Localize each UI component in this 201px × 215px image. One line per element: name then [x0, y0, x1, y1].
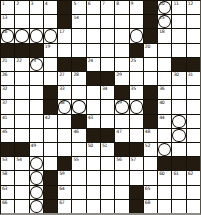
cell[interactable] [115, 115, 128, 128]
cell[interactable] [101, 115, 114, 128]
cell[interactable] [30, 129, 43, 142]
cell[interactable] [130, 129, 143, 142]
black-cell [1, 44, 14, 57]
circle-mark [15, 29, 28, 42]
cell[interactable] [172, 129, 185, 142]
cell-number: 56 [116, 157, 121, 162]
cell-number: 2 [16, 1, 19, 6]
cell[interactable] [101, 157, 114, 170]
cell[interactable]: 66 [1, 200, 14, 213]
cell[interactable] [158, 186, 171, 199]
cell[interactable] [58, 129, 71, 142]
black-cell [144, 29, 157, 42]
circle-mark [130, 29, 143, 42]
cell-number: 11 [173, 1, 178, 6]
cell[interactable] [58, 44, 71, 57]
cell[interactable] [72, 171, 85, 184]
cell-number: 42 [45, 115, 50, 120]
black-cell [115, 143, 128, 156]
black-cell [144, 86, 157, 99]
cell[interactable] [158, 143, 171, 156]
cell-number: 64 [59, 186, 64, 191]
cell[interactable]: 1 [1, 1, 14, 14]
black-cell [44, 171, 57, 184]
black-cell [15, 44, 28, 57]
cell-number: 17 [59, 29, 64, 34]
cell[interactable] [101, 186, 114, 199]
cell[interactable] [72, 86, 85, 99]
circle-mark [172, 129, 185, 142]
cell[interactable] [115, 58, 128, 71]
cell[interactable] [87, 29, 100, 42]
cell[interactable] [30, 186, 43, 199]
cell[interactable]: 21 [1, 58, 14, 71]
circle-mark [30, 29, 43, 42]
cell[interactable] [130, 72, 143, 85]
cell[interactable] [187, 200, 200, 213]
cell-number: 39 [116, 100, 121, 105]
cell[interactable]: 40 [158, 100, 171, 113]
cell[interactable] [187, 143, 200, 156]
cell-number: 13 [2, 15, 7, 20]
cell-number: 5 [73, 1, 76, 6]
cell[interactable]: 56 [115, 157, 128, 170]
cell[interactable]: 68 [144, 200, 157, 213]
cell[interactable]: 17 [58, 29, 71, 42]
cell[interactable]: 6 [87, 1, 100, 14]
black-cell [44, 186, 57, 199]
circle-mark [44, 29, 57, 42]
cell-number: 3 [31, 1, 34, 6]
cell-number: 8 [116, 1, 119, 6]
black-cell [72, 115, 85, 128]
cell[interactable]: 60 [158, 171, 171, 184]
cell[interactable] [30, 29, 43, 42]
black-cell [144, 1, 157, 14]
cell-number: 55 [73, 157, 78, 162]
cell-number: 32 [2, 86, 7, 91]
black-cell [187, 157, 200, 170]
cell-number: 1 [2, 1, 5, 6]
cell[interactable]: 23 [30, 58, 43, 71]
cell[interactable] [101, 171, 114, 184]
cell[interactable] [144, 58, 157, 71]
cell-number: 26 [2, 72, 7, 77]
cell-number: 52 [145, 143, 150, 148]
cell[interactable] [30, 100, 43, 113]
cell[interactable] [144, 171, 157, 184]
cell[interactable]: 34 [101, 86, 114, 99]
cell[interactable] [115, 15, 128, 28]
cell-number: 53 [2, 157, 7, 162]
cell[interactable]: 65 [144, 186, 157, 199]
black-cell [72, 58, 85, 71]
cell-number: 29 [116, 72, 121, 77]
circle-mark [158, 143, 171, 156]
cell[interactable] [115, 200, 128, 213]
cell[interactable]: 51 [101, 143, 114, 156]
cell[interactable] [72, 29, 85, 42]
cell[interactable] [58, 115, 71, 128]
cell[interactable] [87, 86, 100, 99]
cell[interactable] [30, 115, 43, 128]
cell[interactable] [30, 72, 43, 85]
cell[interactable]: 46 [72, 129, 85, 142]
black-cell [1, 143, 14, 156]
cell[interactable]: 9 [130, 1, 143, 14]
cell-number: 19 [45, 44, 50, 49]
black-cell [101, 72, 114, 85]
cell-number: 66 [2, 200, 7, 205]
cell[interactable]: 25 [130, 58, 143, 71]
circle-mark [30, 200, 43, 213]
black-cell [44, 100, 57, 113]
cell[interactable] [101, 15, 114, 28]
cell-number: 23 [31, 58, 36, 63]
cell-number: 43 [88, 115, 93, 120]
cell[interactable]: 37 [1, 100, 14, 113]
circle-mark [30, 157, 43, 170]
cell[interactable]: 8 [115, 1, 128, 14]
cell[interactable]: 64 [58, 186, 71, 199]
cell[interactable] [15, 200, 28, 213]
cell[interactable]: 12 [187, 1, 200, 14]
cell[interactable]: 39 [115, 100, 128, 113]
cell[interactable]: 24 [87, 58, 100, 71]
cell[interactable]: 3 [30, 1, 43, 14]
cell[interactable] [115, 44, 128, 57]
cell[interactable] [101, 44, 114, 57]
circle-mark [172, 115, 185, 128]
cell[interactable]: 58 [1, 171, 14, 184]
cell-number: 27 [59, 72, 64, 77]
cell[interactable]: 32 [1, 86, 14, 99]
cell[interactable] [187, 129, 200, 142]
cell-number: 14 [73, 15, 78, 20]
cell[interactable] [72, 186, 85, 199]
cell-number: 61 [173, 171, 178, 176]
cell[interactable]: 36 [158, 86, 171, 99]
cell[interactable]: 13 [1, 15, 14, 28]
cell[interactable] [30, 171, 43, 184]
cell[interactable] [115, 29, 128, 42]
cell-number: 7 [102, 1, 105, 6]
cell[interactable] [44, 29, 57, 42]
cell-number: 49 [31, 143, 36, 148]
cell[interactable] [72, 100, 85, 113]
cell[interactable]: 18 [158, 29, 171, 42]
cell[interactable] [130, 115, 143, 128]
cell[interactable] [172, 29, 185, 42]
cell[interactable]: 28 [72, 72, 85, 85]
cell-number: 31 [188, 72, 193, 77]
cell[interactable] [130, 29, 143, 42]
cell-number: 65 [145, 186, 150, 191]
cell[interactable]: 10 [158, 1, 171, 14]
cell-number: 16 [2, 29, 7, 34]
cell-number: 21 [2, 58, 7, 63]
cell[interactable] [15, 115, 28, 128]
cell[interactable]: 42 [44, 115, 57, 128]
cell-number: 30 [173, 72, 178, 77]
cell-number: 41 [2, 115, 7, 120]
black-cell [144, 15, 157, 28]
black-cell [144, 115, 157, 128]
cell[interactable]: 43 [87, 115, 100, 128]
cell[interactable] [187, 29, 200, 42]
cell[interactable]: 62 [187, 171, 200, 184]
cell-number: 45 [2, 129, 7, 134]
black-cell [130, 44, 143, 57]
crossword-page: 1234567891011121314151617181920212223242… [0, 0, 201, 215]
cell[interactable] [130, 171, 143, 184]
black-cell [30, 44, 43, 57]
cell[interactable] [187, 44, 200, 57]
cell[interactable] [187, 115, 200, 128]
cell-number: 35 [131, 86, 136, 91]
circle-mark [30, 171, 43, 184]
cell[interactable] [15, 29, 28, 42]
cell-number: 15 [159, 15, 164, 20]
cell[interactable] [30, 200, 43, 213]
black-cell [58, 1, 71, 14]
cell-number: 33 [59, 86, 64, 91]
black-cell [130, 143, 143, 156]
cell[interactable] [172, 86, 185, 99]
cell[interactable] [187, 86, 200, 99]
cell-number: 60 [159, 171, 164, 176]
black-cell [87, 72, 100, 85]
cell[interactable]: 11 [172, 1, 185, 14]
cell[interactable] [144, 157, 157, 170]
cell[interactable] [158, 58, 171, 71]
cell[interactable] [87, 186, 100, 199]
cell[interactable] [72, 143, 85, 156]
cell[interactable] [87, 44, 100, 57]
cell[interactable] [172, 115, 185, 128]
cell[interactable] [58, 143, 71, 156]
black-cell [87, 129, 100, 142]
cell[interactable] [44, 15, 57, 28]
cell-number: 51 [102, 143, 107, 148]
black-cell [44, 200, 57, 213]
black-cell [58, 58, 71, 71]
cell[interactable] [101, 29, 114, 42]
cell[interactable]: 15 [158, 15, 171, 28]
cell-number: 68 [145, 200, 150, 205]
cell-number: 22 [16, 58, 21, 63]
cell[interactable]: 22 [15, 58, 28, 71]
cell[interactable] [172, 143, 185, 156]
circle-mark [130, 100, 143, 113]
cell[interactable]: 5 [72, 1, 85, 14]
cell[interactable]: 41 [1, 115, 14, 128]
cell-number: 57 [131, 157, 136, 162]
black-cell [172, 58, 185, 71]
cell[interactable] [130, 15, 143, 28]
cell-number: 46 [73, 129, 78, 134]
cell[interactable] [15, 15, 28, 28]
cell[interactable]: 33 [58, 86, 71, 99]
cell-number: 9 [131, 1, 134, 6]
cell[interactable] [15, 72, 28, 85]
cell[interactable] [115, 171, 128, 184]
cell[interactable] [87, 15, 100, 28]
cell[interactable]: 26 [1, 72, 14, 85]
cell[interactable]: 4 [44, 1, 57, 14]
cell[interactable] [172, 44, 185, 57]
cell[interactable]: 63 [1, 186, 14, 199]
black-cell [172, 157, 185, 170]
cell[interactable]: 35 [130, 86, 143, 99]
cell-number: 28 [73, 72, 78, 77]
cell[interactable] [30, 15, 43, 28]
cell[interactable]: 44 [158, 115, 171, 128]
cell[interactable]: 52 [144, 143, 157, 156]
cell-number: 47 [116, 129, 121, 134]
cell[interactable] [158, 72, 171, 85]
cell-number: 54 [16, 157, 21, 162]
cell[interactable] [44, 157, 57, 170]
cell[interactable]: 29 [115, 72, 128, 85]
black-cell [130, 200, 143, 213]
cell-number: 50 [88, 143, 93, 148]
cell[interactable] [44, 143, 57, 156]
cell-number: 25 [131, 58, 136, 63]
cell[interactable] [144, 72, 157, 85]
cell-number: 48 [145, 129, 150, 134]
cell[interactable] [130, 100, 143, 113]
cell[interactable] [101, 58, 114, 71]
cell[interactable] [44, 129, 57, 142]
black-cell [158, 157, 171, 170]
cell[interactable]: 38 [58, 100, 71, 113]
cell-number: 58 [2, 171, 7, 176]
black-cell [58, 15, 71, 28]
cell[interactable]: 27 [58, 72, 71, 85]
cell[interactable]: 45 [1, 129, 14, 142]
cell-number: 24 [88, 58, 93, 63]
cell-number: 18 [159, 29, 164, 34]
cell[interactable]: 49 [30, 143, 43, 156]
cell[interactable] [172, 100, 185, 113]
crossword-board: 1234567891011121314151617181920212223242… [0, 0, 201, 215]
cell[interactable]: 50 [87, 143, 100, 156]
cell-number: 36 [159, 86, 164, 91]
cell[interactable] [15, 186, 28, 199]
cell[interactable]: 67 [58, 200, 71, 213]
cell[interactable] [44, 58, 57, 71]
cell[interactable]: 16 [1, 29, 14, 42]
cell[interactable] [172, 200, 185, 213]
cell[interactable] [87, 200, 100, 213]
cell-number: 12 [188, 1, 193, 6]
cell[interactable] [72, 44, 85, 57]
cell[interactable]: 19 [44, 44, 57, 57]
cell[interactable] [15, 171, 28, 184]
cell[interactable] [187, 100, 200, 113]
black-cell [58, 157, 71, 170]
cell-number: 44 [159, 115, 164, 120]
cell[interactable]: 31 [187, 72, 200, 85]
cell-number: 59 [59, 171, 64, 176]
cell[interactable] [87, 157, 100, 170]
cell-number: 10 [159, 1, 164, 6]
cell-number: 4 [45, 1, 48, 6]
cell[interactable]: 14 [72, 15, 85, 28]
cell[interactable] [158, 129, 171, 142]
cell[interactable] [30, 86, 43, 99]
cell[interactable] [30, 157, 43, 170]
cell-number: 38 [59, 100, 64, 105]
cell[interactable] [101, 200, 114, 213]
cell[interactable]: 55 [72, 157, 85, 170]
cell-number: 6 [88, 1, 91, 6]
black-cell [44, 86, 57, 99]
black-cell [187, 58, 200, 71]
cell[interactable]: 54 [15, 157, 28, 170]
cell[interactable] [187, 15, 200, 28]
cell-number: 62 [188, 171, 193, 176]
cell[interactable]: 30 [172, 72, 185, 85]
cell[interactable] [158, 44, 171, 57]
cell[interactable] [101, 100, 114, 113]
cell[interactable] [172, 186, 185, 199]
cell[interactable]: 59 [58, 171, 71, 184]
cell[interactable] [72, 200, 85, 213]
black-cell [130, 186, 143, 199]
cell[interactable]: 57 [130, 157, 143, 170]
cell[interactable]: 47 [115, 129, 128, 142]
black-cell [101, 129, 114, 142]
cell[interactable]: 48 [144, 129, 157, 142]
cell-number: 34 [102, 86, 107, 91]
cell[interactable]: 7 [101, 1, 114, 14]
cell[interactable] [87, 100, 100, 113]
cell[interactable] [172, 15, 185, 28]
black-cell [144, 100, 157, 113]
cell[interactable]: 61 [172, 171, 185, 184]
cell[interactable] [158, 200, 171, 213]
cell[interactable] [187, 186, 200, 199]
cell[interactable] [15, 86, 28, 99]
cell[interactable]: 2 [15, 1, 28, 14]
cell-number: 63 [2, 186, 7, 191]
black-cell [15, 143, 28, 156]
cell[interactable]: 20 [144, 44, 157, 57]
cell[interactable] [87, 171, 100, 184]
cell[interactable]: 53 [1, 157, 14, 170]
circle-mark [30, 186, 43, 199]
cell-number: 40 [159, 100, 164, 105]
circle-mark [72, 100, 85, 113]
cell[interactable] [15, 100, 28, 113]
black-cell [115, 86, 128, 99]
cell[interactable] [115, 186, 128, 199]
cell-number: 20 [145, 44, 150, 49]
cell[interactable] [44, 72, 57, 85]
cell[interactable] [15, 129, 28, 142]
cell-number: 67 [59, 200, 64, 205]
cell-number: 37 [2, 100, 7, 105]
